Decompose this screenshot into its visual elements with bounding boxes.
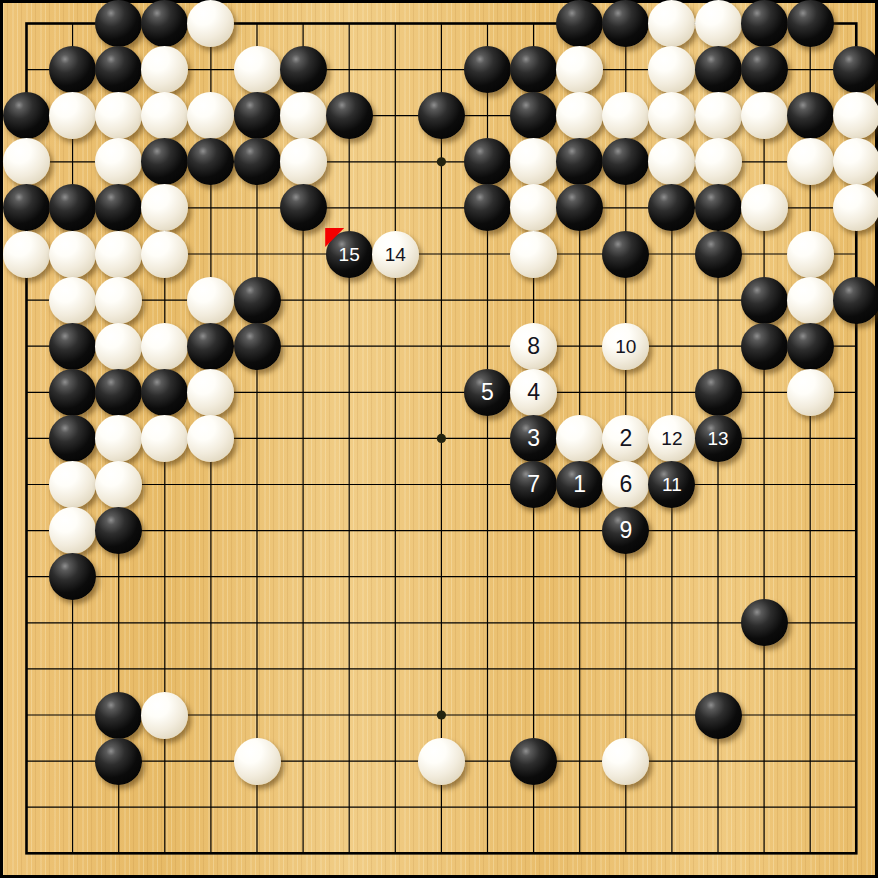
stone-black[interactable] [280, 46, 327, 93]
stone-black[interactable] [741, 323, 788, 370]
stone-black[interactable] [602, 231, 649, 278]
stone-black[interactable] [602, 138, 649, 185]
stone-white[interactable] [648, 0, 695, 47]
stone-black[interactable]: 7 [510, 461, 557, 508]
stone-white[interactable] [3, 231, 50, 278]
stone-black[interactable] [741, 46, 788, 93]
stone-black[interactable] [556, 0, 603, 47]
stone-black[interactable] [833, 46, 878, 93]
stone-black[interactable] [556, 138, 603, 185]
stone-black[interactable] [141, 138, 188, 185]
stone-black[interactable] [234, 277, 281, 324]
stone-white[interactable] [3, 138, 50, 185]
stone-black[interactable] [510, 46, 557, 93]
stone-white[interactable] [187, 92, 234, 139]
stone-white[interactable] [418, 738, 465, 785]
stone-white[interactable] [49, 92, 96, 139]
stone-white[interactable] [787, 369, 834, 416]
stone-white[interactable]: 10 [602, 323, 649, 370]
stone-white[interactable] [510, 184, 557, 231]
stone-black[interactable] [95, 692, 142, 739]
stone-white[interactable] [49, 507, 96, 554]
stone-white[interactable]: 4 [510, 369, 557, 416]
move-number-label: 13 [695, 415, 742, 462]
stone-black[interactable] [49, 184, 96, 231]
stone-black[interactable] [418, 92, 465, 139]
stone-black[interactable] [95, 369, 142, 416]
stone-black[interactable]: 11 [648, 461, 695, 508]
stone-black[interactable] [741, 599, 788, 646]
stone-white[interactable] [602, 92, 649, 139]
stone-white[interactable] [833, 184, 878, 231]
stone-black[interactable] [187, 323, 234, 370]
stone-black[interactable]: 13 [695, 415, 742, 462]
move-number-label: 12 [648, 415, 695, 462]
stone-black[interactable] [95, 0, 142, 47]
stone-black[interactable]: 5 [464, 369, 511, 416]
stone-white[interactable] [556, 92, 603, 139]
stone-black[interactable] [49, 553, 96, 600]
stone-white[interactable] [141, 692, 188, 739]
stone-white[interactable] [49, 231, 96, 278]
stone-black[interactable] [49, 323, 96, 370]
stone-white[interactable] [695, 138, 742, 185]
stone-black[interactable] [95, 46, 142, 93]
stone-black[interactable] [187, 138, 234, 185]
stone-black[interactable] [464, 46, 511, 93]
stone-black[interactable] [510, 738, 557, 785]
stone-white[interactable] [833, 92, 878, 139]
stone-white[interactable] [556, 46, 603, 93]
stone-white[interactable] [95, 415, 142, 462]
stone-white[interactable] [741, 184, 788, 231]
move-number-label: 11 [648, 461, 695, 508]
stone-black[interactable] [833, 277, 878, 324]
stone-white[interactable] [234, 46, 281, 93]
stone-black[interactable] [648, 184, 695, 231]
stone-white[interactable] [95, 461, 142, 508]
stone-black[interactable] [741, 0, 788, 47]
stone-white[interactable] [280, 92, 327, 139]
stone-white[interactable] [187, 369, 234, 416]
stone-black[interactable] [3, 184, 50, 231]
stone-white[interactable] [695, 0, 742, 47]
move-number-label: 2 [602, 415, 649, 462]
stone-black[interactable] [95, 738, 142, 785]
stone-white[interactable] [648, 92, 695, 139]
stone-black[interactable] [234, 138, 281, 185]
stone-black[interactable] [141, 0, 188, 47]
stone-black[interactable] [602, 0, 649, 47]
stone-white[interactable] [95, 231, 142, 278]
stone-black[interactable] [95, 507, 142, 554]
stone-white[interactable] [556, 415, 603, 462]
stone-black[interactable] [787, 323, 834, 370]
stone-black[interactable] [49, 46, 96, 93]
stone-black[interactable] [234, 323, 281, 370]
stone-black[interactable]: 9 [602, 507, 649, 554]
move-number-label: 6 [602, 461, 649, 508]
stone-white[interactable] [648, 46, 695, 93]
stone-white[interactable] [141, 184, 188, 231]
stone-black[interactable] [3, 92, 50, 139]
stone-white[interactable] [234, 738, 281, 785]
stone-black[interactable] [464, 184, 511, 231]
go-board-screenshot: 151481054321213716119 [0, 0, 878, 878]
stone-black[interactable] [695, 46, 742, 93]
stone-white[interactable] [510, 231, 557, 278]
stone-black[interactable] [787, 92, 834, 139]
stone-black[interactable] [95, 184, 142, 231]
stone-black[interactable]: 1 [556, 461, 603, 508]
stone-white[interactable] [741, 92, 788, 139]
stone-white[interactable] [787, 138, 834, 185]
move-number-label: 14 [372, 231, 419, 278]
stone-black[interactable] [49, 369, 96, 416]
stone-white[interactable] [787, 277, 834, 324]
move-number-label: 10 [602, 323, 649, 370]
stone-white[interactable] [187, 415, 234, 462]
stone-white[interactable] [695, 92, 742, 139]
stone-white[interactable] [187, 277, 234, 324]
stone-white[interactable]: 6 [602, 461, 649, 508]
stone-white[interactable]: 14 [372, 231, 419, 278]
stone-white[interactable] [95, 138, 142, 185]
stone-black[interactable] [510, 92, 557, 139]
stone-white[interactable] [95, 92, 142, 139]
stone-black[interactable] [234, 92, 281, 139]
stone-black[interactable] [556, 184, 603, 231]
stone-black[interactable] [787, 0, 834, 47]
stone-white[interactable] [95, 323, 142, 370]
stone-white[interactable] [141, 231, 188, 278]
move-number-label: 9 [602, 507, 649, 554]
stone-white[interactable] [49, 277, 96, 324]
stone-white[interactable]: 12 [648, 415, 695, 462]
move-number-label: 5 [464, 369, 511, 416]
stone-black[interactable]: 3 [510, 415, 557, 462]
stone-black[interactable] [741, 277, 788, 324]
stone-white[interactable] [49, 461, 96, 508]
stone-black[interactable] [695, 692, 742, 739]
stone-white[interactable] [141, 323, 188, 370]
stone-white[interactable]: 8 [510, 323, 557, 370]
stone-white[interactable]: 2 [602, 415, 649, 462]
go-board[interactable]: 151481054321213716119 [0, 0, 878, 878]
stone-black[interactable] [326, 92, 373, 139]
stone-white[interactable] [280, 138, 327, 185]
move-number-label: 1 [556, 461, 603, 508]
stone-white[interactable] [787, 231, 834, 278]
move-number-label: 7 [510, 461, 557, 508]
stone-black[interactable] [695, 231, 742, 278]
stone-white[interactable] [95, 277, 142, 324]
stone-white[interactable] [648, 138, 695, 185]
stone-black[interactable] [141, 369, 188, 416]
stone-black[interactable] [49, 415, 96, 462]
stone-white[interactable] [141, 92, 188, 139]
stone-black[interactable] [695, 369, 742, 416]
move-number-label: 3 [510, 415, 557, 462]
stone-white[interactable] [510, 138, 557, 185]
stone-white[interactable] [833, 138, 878, 185]
stone-black[interactable] [695, 184, 742, 231]
stone-black[interactable] [280, 184, 327, 231]
move-number-label: 4 [510, 369, 557, 416]
move-number-label: 8 [510, 323, 557, 370]
stone-white[interactable] [602, 738, 649, 785]
stone-white[interactable] [187, 0, 234, 47]
stone-white[interactable] [141, 415, 188, 462]
stone-white[interactable] [141, 46, 188, 93]
stone-black[interactable] [464, 138, 511, 185]
